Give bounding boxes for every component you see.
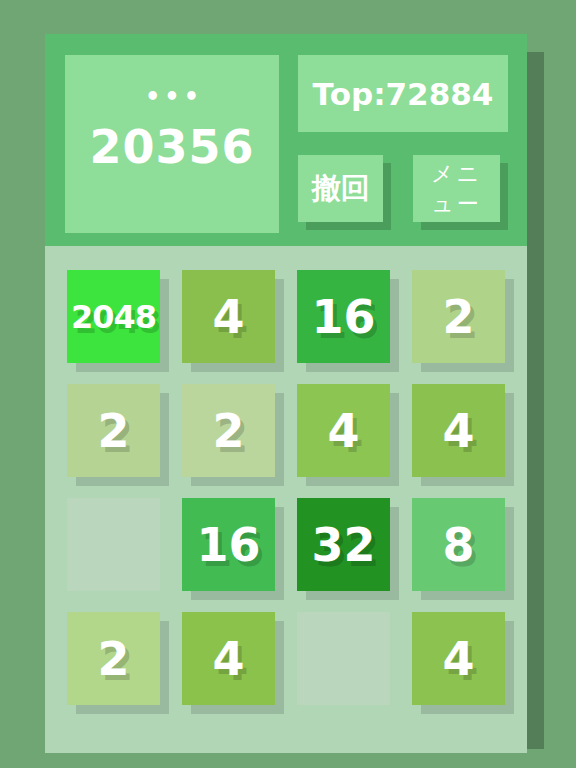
menu-button[interactable]: メニュー [413,155,500,222]
tile-2: 2 [67,612,160,705]
score-panel: ••• 20356 [65,55,279,233]
tile-4: 4 [182,270,275,363]
tile-4: 4 [412,612,505,705]
tile-16: 16 [297,270,390,363]
board-grid[interactable]: 20484162224416328244 [45,246,527,753]
tile-8: 8 [412,498,505,591]
tile-32: 32 [297,498,390,591]
app-panel: ••• 20356 Top:72884 撤回 メニュー 204841622244… [45,34,527,731]
undo-button-label: 撤回 [312,169,370,209]
best-score-panel: Top:72884 [298,55,508,132]
tile-4: 4 [297,384,390,477]
tile-2: 2 [412,270,505,363]
empty-cell [297,612,390,705]
tile-4: 4 [412,384,505,477]
tile-4: 4 [182,612,275,705]
tile-2048: 2048 [67,270,160,363]
tile-16: 16 [182,498,275,591]
undo-button[interactable]: 撤回 [298,155,383,222]
current-score: 20356 [65,121,279,173]
tile-2: 2 [67,384,160,477]
tile-2: 2 [182,384,275,477]
empty-cell [67,498,160,591]
header: ••• 20356 Top:72884 撤回 メニュー [45,34,527,246]
best-score-label: Top:72884 [313,76,494,112]
score-menu-dots: ••• [65,55,279,109]
menu-button-label: メニュー [431,159,483,219]
